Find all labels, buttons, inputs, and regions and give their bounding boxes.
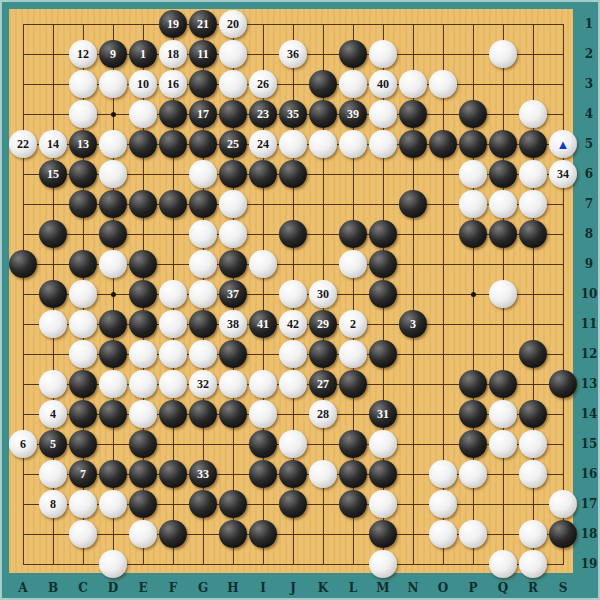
stone[interactable] — [339, 340, 367, 368]
stone[interactable] — [189, 280, 217, 308]
stone[interactable] — [519, 430, 547, 458]
stone[interactable] — [69, 520, 97, 548]
stone[interactable] — [129, 190, 157, 218]
stone[interactable]: 25 — [219, 130, 247, 158]
stone[interactable] — [369, 100, 397, 128]
stone[interactable] — [159, 100, 187, 128]
stone[interactable] — [519, 550, 547, 578]
stone[interactable] — [369, 280, 397, 308]
column-label: P — [463, 581, 483, 595]
stone[interactable] — [129, 430, 157, 458]
stone[interactable]: 19 — [159, 10, 187, 38]
row-label: 17 — [578, 497, 600, 511]
stone[interactable] — [219, 70, 247, 98]
column-label: M — [373, 581, 393, 595]
stone[interactable] — [189, 160, 217, 188]
stone[interactable]: 17 — [189, 100, 217, 128]
column-label: F — [163, 581, 183, 595]
stone-number: 7 — [80, 468, 86, 480]
row-label: 3 — [578, 77, 600, 91]
stone[interactable] — [459, 430, 487, 458]
stone[interactable] — [129, 310, 157, 338]
stone[interactable] — [249, 370, 277, 398]
stone-number: 24 — [257, 138, 269, 150]
stone[interactable] — [159, 280, 187, 308]
stone[interactable] — [279, 220, 307, 248]
stone[interactable] — [249, 430, 277, 458]
stone[interactable] — [99, 550, 127, 578]
stone[interactable] — [99, 250, 127, 278]
stone[interactable] — [339, 250, 367, 278]
stone[interactable] — [99, 160, 127, 188]
stone[interactable]: 7 — [69, 460, 97, 488]
stone[interactable] — [339, 370, 367, 398]
row-label: 9 — [578, 257, 600, 271]
column-label: I — [253, 581, 273, 595]
stone[interactable]: 6 — [9, 430, 37, 458]
stone-number: 34 — [557, 168, 569, 180]
stone-number: 14 — [47, 138, 59, 150]
stone[interactable] — [369, 490, 397, 518]
stone[interactable]: 33 — [189, 460, 217, 488]
row-label: 13 — [578, 377, 600, 391]
stone[interactable]: 34 — [549, 160, 577, 188]
star-point — [111, 112, 116, 117]
stone-number: 28 — [317, 408, 329, 420]
stone[interactable] — [99, 460, 127, 488]
stone[interactable] — [249, 460, 277, 488]
stone[interactable] — [219, 340, 247, 368]
stone[interactable] — [69, 100, 97, 128]
stone-number: 2 — [350, 318, 356, 330]
stone-number: 35 — [287, 108, 299, 120]
stone[interactable] — [99, 490, 127, 518]
stone[interactable] — [99, 370, 127, 398]
stone[interactable]: 14 — [39, 130, 67, 158]
stone[interactable] — [39, 310, 67, 338]
stone[interactable] — [429, 130, 457, 158]
stone[interactable] — [189, 340, 217, 368]
stone[interactable] — [99, 220, 127, 248]
column-label: A — [13, 581, 33, 595]
stone[interactable]: 2 — [339, 310, 367, 338]
stone[interactable] — [459, 400, 487, 428]
stone[interactable] — [489, 280, 517, 308]
stone[interactable] — [249, 520, 277, 548]
column-label: N — [403, 581, 423, 595]
stone[interactable] — [279, 130, 307, 158]
stone[interactable] — [129, 520, 157, 548]
stone[interactable] — [459, 190, 487, 218]
stone[interactable] — [69, 190, 97, 218]
stone[interactable] — [69, 280, 97, 308]
column-label: O — [433, 581, 453, 595]
stone[interactable] — [309, 130, 337, 158]
stone[interactable]: 13 — [69, 130, 97, 158]
stone[interactable]: 24 — [249, 130, 277, 158]
stone[interactable] — [249, 400, 277, 428]
stone[interactable]: 37 — [219, 280, 247, 308]
stone[interactable] — [249, 160, 277, 188]
stone-number: 31 — [377, 408, 389, 420]
stone-number: 42 — [287, 318, 299, 330]
stone[interactable] — [219, 160, 247, 188]
stone[interactable]: 15 — [39, 160, 67, 188]
stone[interactable] — [519, 160, 547, 188]
stone[interactable] — [39, 460, 67, 488]
stone[interactable] — [69, 430, 97, 458]
row-label: 10 — [578, 287, 600, 301]
stone[interactable] — [399, 130, 427, 158]
stone[interactable] — [369, 340, 397, 368]
stone[interactable] — [219, 490, 247, 518]
stone[interactable]: 32 — [189, 370, 217, 398]
stone-number: 12 — [77, 48, 89, 60]
column-label: Q — [493, 581, 513, 595]
stone[interactable] — [339, 40, 367, 68]
stone[interactable]: 23 — [249, 100, 277, 128]
stone[interactable]: 9 — [99, 40, 127, 68]
stone-number: 8 — [50, 498, 56, 510]
row-label: 15 — [578, 437, 600, 451]
stone[interactable]: ▲ — [549, 130, 577, 158]
stone[interactable] — [399, 70, 427, 98]
go-board[interactable]: 1921201291181136101626401723353922141325… — [9, 9, 573, 573]
stone[interactable] — [129, 130, 157, 158]
stone[interactable]: 30 — [309, 280, 337, 308]
stone-number: 11 — [197, 48, 208, 60]
stone[interactable] — [219, 190, 247, 218]
stone[interactable] — [549, 490, 577, 518]
stone[interactable] — [219, 370, 247, 398]
row-label: 19 — [578, 557, 600, 571]
stone[interactable] — [159, 370, 187, 398]
stone[interactable] — [489, 220, 517, 248]
stone[interactable] — [189, 400, 217, 428]
stone[interactable] — [429, 70, 457, 98]
stone-number: 22 — [17, 138, 29, 150]
stone-number: 19 — [167, 18, 179, 30]
stone[interactable]: 27 — [309, 370, 337, 398]
stone[interactable] — [429, 490, 457, 518]
stone[interactable] — [159, 520, 187, 548]
triangle-mark: ▲ — [557, 137, 570, 150]
stone-number: 17 — [197, 108, 209, 120]
stone[interactable]: 29 — [309, 310, 337, 338]
column-label: J — [283, 581, 303, 595]
stone[interactable] — [459, 160, 487, 188]
stone[interactable] — [369, 220, 397, 248]
stone[interactable]: 12 — [69, 40, 97, 68]
row-label: 11 — [578, 317, 600, 331]
stone[interactable] — [69, 370, 97, 398]
stone[interactable] — [489, 550, 517, 578]
stone[interactable] — [489, 160, 517, 188]
stone[interactable] — [279, 340, 307, 368]
row-label: 12 — [578, 347, 600, 361]
stone[interactable] — [459, 100, 487, 128]
stone[interactable] — [279, 490, 307, 518]
stone[interactable] — [519, 460, 547, 488]
stone-number: 25 — [227, 138, 239, 150]
row-label: 2 — [578, 47, 600, 61]
stone[interactable] — [519, 130, 547, 158]
stone[interactable]: 42 — [279, 310, 307, 338]
stone[interactable] — [519, 520, 547, 548]
stone[interactable] — [129, 280, 157, 308]
stone[interactable] — [519, 100, 547, 128]
stone[interactable] — [429, 520, 457, 548]
column-label: B — [43, 581, 63, 595]
stone[interactable] — [339, 220, 367, 248]
stone[interactable] — [519, 190, 547, 218]
stone-number: 1 — [140, 48, 146, 60]
row-label: 6 — [578, 167, 600, 181]
stone[interactable] — [189, 490, 217, 518]
stone[interactable] — [369, 40, 397, 68]
stone[interactable]: 36 — [279, 40, 307, 68]
stone-number: 4 — [50, 408, 56, 420]
stone[interactable] — [549, 520, 577, 548]
stone-number: 3 — [410, 318, 416, 330]
stone[interactable]: 20 — [219, 10, 247, 38]
stone[interactable] — [129, 100, 157, 128]
stone[interactable] — [159, 190, 187, 218]
column-label: S — [553, 581, 573, 595]
stone[interactable] — [489, 40, 517, 68]
stone[interactable] — [459, 220, 487, 248]
stone[interactable] — [189, 220, 217, 248]
stone[interactable] — [369, 520, 397, 548]
stone[interactable] — [129, 400, 157, 428]
stone[interactable] — [69, 250, 97, 278]
stone[interactable] — [489, 370, 517, 398]
column-label: C — [73, 581, 93, 595]
stone-number: 6 — [20, 438, 26, 450]
stone-number: 18 — [167, 48, 179, 60]
stone[interactable] — [459, 460, 487, 488]
stone[interactable] — [69, 400, 97, 428]
stone[interactable] — [519, 220, 547, 248]
stone[interactable] — [189, 190, 217, 218]
column-label: L — [343, 581, 363, 595]
stone[interactable] — [249, 250, 277, 278]
stone[interactable]: 22 — [9, 130, 37, 158]
row-label: 14 — [578, 407, 600, 421]
stone[interactable] — [309, 460, 337, 488]
stone[interactable] — [69, 310, 97, 338]
row-label: 8 — [578, 227, 600, 241]
stone[interactable]: 10 — [129, 70, 157, 98]
stone[interactable] — [369, 460, 397, 488]
stone[interactable] — [189, 250, 217, 278]
stone[interactable]: 26 — [249, 70, 277, 98]
stone[interactable] — [129, 250, 157, 278]
stone[interactable] — [69, 490, 97, 518]
stone[interactable] — [69, 160, 97, 188]
stone-number: 33 — [197, 468, 209, 480]
stone[interactable] — [129, 340, 157, 368]
stone[interactable] — [369, 550, 397, 578]
stone-number: 38 — [227, 318, 239, 330]
row-label: 1 — [578, 17, 600, 31]
stone[interactable] — [459, 520, 487, 548]
stone[interactable] — [279, 280, 307, 308]
stone[interactable] — [189, 130, 217, 158]
stone-number: 21 — [197, 18, 209, 30]
stone[interactable] — [159, 400, 187, 428]
stone[interactable] — [309, 340, 337, 368]
stone[interactable] — [99, 70, 127, 98]
stone[interactable] — [99, 400, 127, 428]
stone-number: 32 — [197, 378, 209, 390]
stone[interactable] — [159, 130, 187, 158]
stone[interactable] — [369, 130, 397, 158]
row-label: 4 — [578, 107, 600, 121]
stone[interactable] — [369, 250, 397, 278]
stone[interactable]: 28 — [309, 400, 337, 428]
stone[interactable] — [279, 160, 307, 188]
column-label: G — [193, 581, 213, 595]
stone[interactable]: 40 — [369, 70, 397, 98]
stone[interactable] — [159, 310, 187, 338]
stone[interactable] — [9, 250, 37, 278]
stone-number: 36 — [287, 48, 299, 60]
stone[interactable] — [339, 490, 367, 518]
stone[interactable] — [129, 490, 157, 518]
column-label: R — [523, 581, 543, 595]
stone[interactable] — [429, 460, 457, 488]
stone[interactable] — [489, 190, 517, 218]
stone[interactable] — [39, 220, 67, 248]
stone[interactable] — [129, 370, 157, 398]
stone[interactable] — [399, 100, 427, 128]
stone-number: 10 — [137, 78, 149, 90]
stone[interactable] — [219, 520, 247, 548]
stone[interactable] — [99, 310, 127, 338]
stone[interactable]: 38 — [219, 310, 247, 338]
stone-number: 26 — [257, 78, 269, 90]
stone-number: 9 — [110, 48, 116, 60]
stone-number: 16 — [167, 78, 179, 90]
row-label: 5 — [578, 137, 600, 151]
column-label: E — [133, 581, 153, 595]
stone[interactable] — [519, 400, 547, 428]
stone[interactable] — [279, 460, 307, 488]
star-point — [471, 292, 476, 297]
stone[interactable] — [219, 100, 247, 128]
board-frame: 1921201291181136101626401723353922141325… — [0, 0, 600, 600]
stone[interactable]: 4 — [39, 400, 67, 428]
stone[interactable] — [549, 370, 577, 398]
stone[interactable] — [519, 340, 547, 368]
stone[interactable]: 3 — [399, 310, 427, 338]
stone-number: 13 — [77, 138, 89, 150]
stone[interactable] — [489, 400, 517, 428]
stone[interactable] — [69, 70, 97, 98]
stone[interactable] — [69, 340, 97, 368]
stone[interactable]: 1 — [129, 40, 157, 68]
stone[interactable]: 11 — [189, 40, 217, 68]
stone[interactable] — [399, 190, 427, 218]
stone-number: 39 — [347, 108, 359, 120]
column-label: H — [223, 581, 243, 595]
stone[interactable] — [159, 460, 187, 488]
stone[interactable] — [279, 430, 307, 458]
stone[interactable]: 31 — [369, 400, 397, 428]
stone[interactable] — [39, 280, 67, 308]
stone-number: 40 — [377, 78, 389, 90]
stone[interactable] — [339, 130, 367, 158]
stone[interactable] — [99, 130, 127, 158]
stone-number: 30 — [317, 288, 329, 300]
stone[interactable] — [339, 430, 367, 458]
stone[interactable] — [219, 220, 247, 248]
stone[interactable] — [129, 460, 157, 488]
stone[interactable]: 5 — [39, 430, 67, 458]
stone[interactable] — [189, 70, 217, 98]
stone[interactable] — [219, 40, 247, 68]
stone[interactable]: 21 — [189, 10, 217, 38]
stone-number: 5 — [50, 438, 56, 450]
column-label: K — [313, 581, 333, 595]
stone[interactable] — [99, 340, 127, 368]
star-point — [111, 292, 116, 297]
stone[interactable] — [189, 310, 217, 338]
stone[interactable] — [369, 430, 397, 458]
stone[interactable]: 35 — [279, 100, 307, 128]
stone[interactable]: 8 — [39, 490, 67, 518]
stone[interactable] — [459, 370, 487, 398]
stone[interactable] — [219, 400, 247, 428]
stone-number: 29 — [317, 318, 329, 330]
stone[interactable] — [339, 460, 367, 488]
stone[interactable] — [159, 340, 187, 368]
stone[interactable] — [309, 70, 337, 98]
stone[interactable] — [39, 370, 67, 398]
stone[interactable]: 39 — [339, 100, 367, 128]
stone-number: 27 — [317, 378, 329, 390]
stone[interactable] — [309, 100, 337, 128]
stone-number: 20 — [227, 18, 239, 30]
stone-number: 15 — [47, 168, 59, 180]
stone[interactable]: 41 — [249, 310, 277, 338]
stone-number: 23 — [257, 108, 269, 120]
stone-number: 41 — [257, 318, 269, 330]
stone[interactable] — [489, 130, 517, 158]
stone[interactable] — [99, 190, 127, 218]
stone[interactable]: 18 — [159, 40, 187, 68]
row-label: 18 — [578, 527, 600, 541]
stone[interactable] — [489, 430, 517, 458]
stone[interactable] — [279, 370, 307, 398]
row-label: 7 — [578, 197, 600, 211]
column-label: D — [103, 581, 123, 595]
stone-number: 37 — [227, 288, 239, 300]
row-label: 16 — [578, 467, 600, 481]
stone[interactable] — [459, 130, 487, 158]
stone[interactable] — [219, 250, 247, 278]
stone[interactable] — [339, 70, 367, 98]
stone[interactable]: 16 — [159, 70, 187, 98]
